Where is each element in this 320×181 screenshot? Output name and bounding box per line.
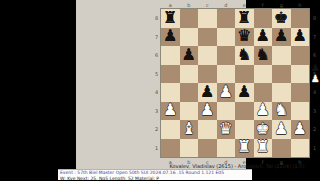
square-h3[interactable] (291, 102, 310, 121)
white-pawn-a3: ♟ (163, 101, 177, 118)
square-c2[interactable] (198, 120, 217, 139)
white-pawn-icon: ♟ (310, 73, 320, 84)
square-f3[interactable]: ♟ (254, 102, 273, 121)
square-e7[interactable]: ♛ (235, 28, 254, 47)
rank-labels-left: 87654321 (153, 9, 160, 157)
square-c6[interactable] (198, 46, 217, 65)
square-f6[interactable]: ♞ (254, 46, 273, 65)
square-d8[interactable] (217, 9, 236, 28)
square-a2[interactable] (161, 120, 180, 139)
square-a5[interactable] (161, 65, 180, 84)
square-d3[interactable] (217, 102, 236, 121)
caption-bar: Event : 57th Biel Master Open 50th SUI 2… (58, 169, 252, 180)
square-e3[interactable] (235, 102, 254, 121)
board-margin: abcdefgh abcdefgh 87654321 87654321 ♜♜♚♟… (76, 0, 246, 180)
square-h4[interactable] (291, 83, 310, 102)
white-king-f2: ♚ (256, 120, 270, 137)
white-bishop-b2: ♝ (182, 120, 196, 137)
square-d7[interactable] (217, 28, 236, 47)
square-b3[interactable] (180, 102, 199, 121)
square-g7[interactable]: ♟ (272, 28, 291, 47)
square-b2[interactable]: ♝ (180, 120, 199, 139)
square-d6[interactable] (217, 46, 236, 65)
rank-label-7: 7 (153, 28, 160, 47)
square-e2[interactable] (235, 120, 254, 139)
square-g3[interactable]: ♞ (272, 102, 291, 121)
square-b8[interactable] (180, 9, 199, 28)
white-pawn-c3: ♟ (200, 101, 214, 118)
square-h7[interactable]: ♟ (291, 28, 310, 47)
square-c3[interactable]: ♟ (198, 102, 217, 121)
black-pawn-h7: ♟ (293, 27, 307, 44)
square-h2[interactable]: ♟ (291, 120, 310, 139)
square-f1[interactable]: ♜ (254, 139, 273, 158)
square-g5[interactable] (272, 65, 291, 84)
square-f2[interactable]: ♚ (254, 120, 273, 139)
square-e6[interactable]: ♞ (235, 46, 254, 65)
rank-label-8: 8 (153, 9, 160, 28)
white-rook-f1: ♜ (256, 138, 270, 155)
square-h5[interactable] (291, 65, 310, 84)
square-d2[interactable]: ♛ (217, 120, 236, 139)
file-label-b: b (180, 1, 199, 8)
rank-label-4: 4 (311, 83, 318, 102)
white-pawn-d4: ♟ (219, 83, 233, 100)
rank-label-6: 6 (153, 46, 160, 65)
rank-label-4: 4 (153, 83, 160, 102)
white-pawn-h2: ♟ (293, 120, 307, 137)
black-pawn-icon: ♟ (310, 62, 320, 73)
square-h6[interactable] (291, 46, 310, 65)
game-info-caption: W: Kve Next: 25. Ng5 Length: 52 Material… (60, 176, 250, 181)
square-c1[interactable] (198, 139, 217, 158)
square-g1[interactable] (272, 139, 291, 158)
square-a4[interactable] (161, 83, 180, 102)
square-b5[interactable] (180, 65, 199, 84)
black-queen-e7: ♛ (237, 27, 251, 44)
square-b1[interactable] (180, 139, 199, 158)
square-c8[interactable] (198, 9, 217, 28)
square-g4[interactable] (272, 83, 291, 102)
rank-label-2: 2 (311, 120, 318, 139)
material-indicator: ♟ ♟ (310, 62, 320, 84)
black-pawn-c4: ♟ (200, 83, 214, 100)
white-pawn-f3: ♟ (256, 101, 270, 118)
square-h1[interactable] (291, 139, 310, 158)
black-knight-e6: ♞ (237, 46, 251, 63)
chess-board: ♜♜♚♟♛♟♟♟♟♞♞♟♟♟♟♟♟♞♝♛♚♟♟♜♜ (161, 9, 309, 157)
square-h8[interactable] (291, 9, 310, 28)
square-g2[interactable]: ♟ (272, 120, 291, 139)
black-pawn-e4: ♟ (237, 83, 251, 100)
square-e1[interactable]: ♜ (235, 139, 254, 158)
black-rook-a8: ♜ (163, 9, 177, 26)
square-b6[interactable]: ♟ (180, 46, 199, 65)
square-c7[interactable] (198, 28, 217, 47)
white-rook-e1: ♜ (237, 138, 251, 155)
event-caption: Event : 57th Biel Master Open 50th SUI 2… (60, 170, 250, 176)
rank-label-3: 3 (311, 102, 318, 121)
rank-label-1: 1 (153, 139, 160, 158)
white-pawn-g2: ♟ (274, 120, 288, 137)
black-pawn-f7: ♟ (256, 27, 270, 44)
rank-label-3: 3 (153, 102, 160, 121)
square-e8[interactable]: ♜ (235, 9, 254, 28)
black-pawn-b6: ♟ (182, 46, 196, 63)
square-a3[interactable]: ♟ (161, 102, 180, 121)
square-f7[interactable]: ♟ (254, 28, 273, 47)
square-f8[interactable] (254, 9, 273, 28)
video-frame: { "game": { "name": "chess", "orientatio… (0, 0, 320, 180)
black-rook-e8: ♜ (237, 9, 251, 26)
file-label-h: h (291, 1, 310, 8)
square-b7[interactable] (180, 28, 199, 47)
black-pawn-a7: ♟ (163, 27, 177, 44)
square-e4[interactable]: ♟ (235, 83, 254, 102)
square-f4[interactable] (254, 83, 273, 102)
square-a7[interactable]: ♟ (161, 28, 180, 47)
square-c5[interactable] (198, 65, 217, 84)
square-c4[interactable]: ♟ (198, 83, 217, 102)
rank-label-7: 7 (311, 28, 318, 47)
black-king-g8: ♚ (274, 9, 288, 26)
square-g6[interactable] (272, 46, 291, 65)
rank-label-5: 5 (153, 65, 160, 84)
square-g8[interactable]: ♚ (272, 9, 291, 28)
square-b4[interactable] (180, 83, 199, 102)
white-queen-d2: ♛ (219, 120, 233, 137)
square-d4[interactable]: ♟ (217, 83, 236, 102)
square-f5[interactable] (254, 65, 273, 84)
square-d1[interactable] (217, 139, 236, 158)
rank-label-8: 8 (311, 9, 318, 28)
black-knight-f6: ♞ (256, 46, 270, 63)
black-pawn-g7: ♟ (274, 27, 288, 44)
file-label-c: c (198, 1, 217, 8)
rank-label-1: 1 (311, 139, 318, 158)
file-label-f: f (254, 1, 273, 8)
square-a1[interactable] (161, 139, 180, 158)
square-e5[interactable] (235, 65, 254, 84)
square-a8[interactable]: ♜ (161, 9, 180, 28)
white-knight-g3: ♞ (274, 101, 288, 118)
square-d5[interactable] (217, 65, 236, 84)
file-label-d: d (217, 1, 236, 8)
rank-label-2: 2 (153, 120, 160, 139)
square-a6[interactable] (161, 46, 180, 65)
